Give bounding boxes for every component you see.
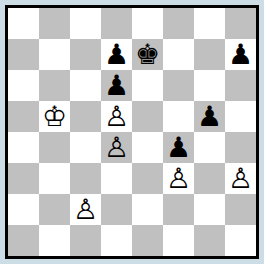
square-a2[interactable]	[8, 194, 39, 225]
square-a5[interactable]	[8, 101, 39, 132]
square-c1[interactable]	[70, 225, 101, 256]
piece-bP-g5: ♟	[197, 101, 222, 132]
piece-bP-f4: ♟	[166, 132, 191, 163]
square-e8[interactable]	[132, 8, 163, 39]
piece-wP-f3: ♙	[166, 163, 191, 194]
square-d7[interactable]: ♟	[101, 39, 132, 70]
square-h7[interactable]: ♟	[225, 39, 256, 70]
square-g6[interactable]	[194, 70, 225, 101]
square-e4[interactable]	[132, 132, 163, 163]
square-b2[interactable]	[39, 194, 70, 225]
square-g5[interactable]: ♟	[194, 101, 225, 132]
square-f5[interactable]	[163, 101, 194, 132]
square-f4[interactable]: ♟	[163, 132, 194, 163]
square-c2[interactable]: ♙	[70, 194, 101, 225]
square-a1[interactable]	[8, 225, 39, 256]
square-a8[interactable]	[8, 8, 39, 39]
square-g3[interactable]	[194, 163, 225, 194]
square-g7[interactable]	[194, 39, 225, 70]
square-d2[interactable]	[101, 194, 132, 225]
square-d8[interactable]	[101, 8, 132, 39]
square-e3[interactable]	[132, 163, 163, 194]
square-h6[interactable]	[225, 70, 256, 101]
chess-board: ♟♚♟♟♔♙♟♙♟♙♙♙	[8, 8, 256, 256]
square-h5[interactable]	[225, 101, 256, 132]
square-h2[interactable]	[225, 194, 256, 225]
board-border: ♟♚♟♟♔♙♟♙♟♙♙♙	[5, 5, 259, 259]
square-c8[interactable]	[70, 8, 101, 39]
square-b3[interactable]	[39, 163, 70, 194]
square-b7[interactable]	[39, 39, 70, 70]
piece-bK-e7: ♚	[135, 39, 160, 70]
square-c4[interactable]	[70, 132, 101, 163]
square-c3[interactable]	[70, 163, 101, 194]
square-e7[interactable]: ♚	[132, 39, 163, 70]
square-d3[interactable]	[101, 163, 132, 194]
square-c5[interactable]	[70, 101, 101, 132]
diagram-frame: ♟♚♟♟♔♙♟♙♟♙♙♙	[0, 0, 264, 264]
square-e5[interactable]	[132, 101, 163, 132]
square-f7[interactable]	[163, 39, 194, 70]
piece-bP-d6: ♟	[104, 70, 129, 101]
square-a7[interactable]	[8, 39, 39, 70]
piece-wK-b5: ♔	[42, 101, 67, 132]
square-a4[interactable]	[8, 132, 39, 163]
square-d6[interactable]: ♟	[101, 70, 132, 101]
square-a6[interactable]	[8, 70, 39, 101]
square-f1[interactable]	[163, 225, 194, 256]
piece-wP-d4: ♙	[104, 132, 129, 163]
square-b8[interactable]	[39, 8, 70, 39]
square-d5[interactable]: ♙	[101, 101, 132, 132]
square-d4[interactable]: ♙	[101, 132, 132, 163]
square-g2[interactable]	[194, 194, 225, 225]
square-h4[interactable]	[225, 132, 256, 163]
square-c7[interactable]	[70, 39, 101, 70]
square-f2[interactable]	[163, 194, 194, 225]
square-g4[interactable]	[194, 132, 225, 163]
square-g1[interactable]	[194, 225, 225, 256]
square-c6[interactable]	[70, 70, 101, 101]
piece-bP-d7: ♟	[104, 39, 129, 70]
square-a3[interactable]	[8, 163, 39, 194]
square-f6[interactable]	[163, 70, 194, 101]
square-h8[interactable]	[225, 8, 256, 39]
square-e1[interactable]	[132, 225, 163, 256]
square-g8[interactable]	[194, 8, 225, 39]
piece-wP-d5: ♙	[104, 101, 129, 132]
square-f8[interactable]	[163, 8, 194, 39]
square-b4[interactable]	[39, 132, 70, 163]
piece-wP-c2: ♙	[73, 194, 98, 225]
square-e2[interactable]	[132, 194, 163, 225]
square-f3[interactable]: ♙	[163, 163, 194, 194]
square-b6[interactable]	[39, 70, 70, 101]
square-d1[interactable]	[101, 225, 132, 256]
square-h1[interactable]	[225, 225, 256, 256]
square-h3[interactable]: ♙	[225, 163, 256, 194]
square-e6[interactable]	[132, 70, 163, 101]
piece-wP-h3: ♙	[228, 163, 253, 194]
square-b5[interactable]: ♔	[39, 101, 70, 132]
square-b1[interactable]	[39, 225, 70, 256]
piece-bP-h7: ♟	[228, 39, 253, 70]
